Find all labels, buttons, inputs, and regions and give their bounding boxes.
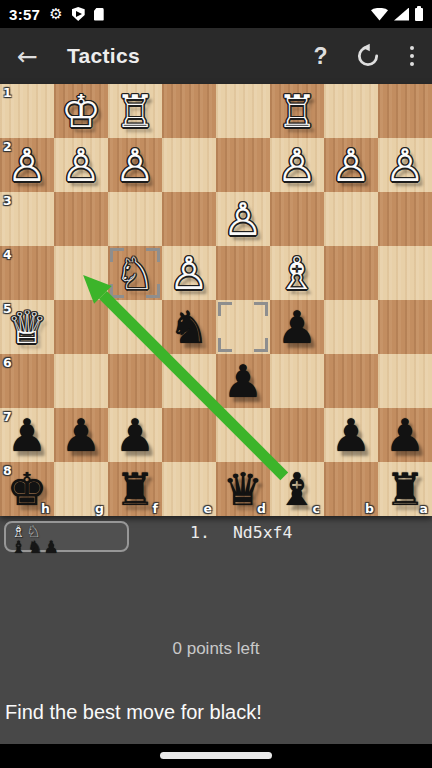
last-move-corner-mark <box>110 284 124 298</box>
file-label: c <box>313 501 320 516</box>
piece-wK: ♔ <box>54 84 108 138</box>
piece-wP: ♙ <box>108 138 162 192</box>
square-b3[interactable] <box>324 192 378 246</box>
square-h8[interactable]: ♚8h <box>0 462 54 516</box>
square-h2[interactable]: ♙2 <box>0 138 54 192</box>
clock-time: 3:57 <box>9 6 40 23</box>
back-arrow-icon[interactable]: ← <box>17 44 38 69</box>
square-e2[interactable] <box>162 138 216 192</box>
piece-wR: ♖ <box>108 84 162 138</box>
rank-label: 7 <box>3 409 12 424</box>
square-h4[interactable]: 4 <box>0 246 54 300</box>
square-a2[interactable]: ♙ <box>378 138 432 192</box>
last-move-corner-mark <box>146 248 160 262</box>
last-move-corner-mark <box>254 338 268 352</box>
file-label: g <box>95 501 104 516</box>
square-d8[interactable]: ♛d <box>216 462 270 516</box>
square-h3[interactable]: 3 <box>0 192 54 246</box>
points-left-label: 0 points left <box>0 639 432 659</box>
file-label: f <box>153 501 158 516</box>
rank-label: 5 <box>3 301 12 316</box>
square-h5[interactable]: ♕5 <box>0 300 54 354</box>
signal-icon <box>394 8 409 21</box>
square-b7[interactable]: ♟ <box>324 408 378 462</box>
square-c3[interactable] <box>270 192 324 246</box>
move-number: 1. <box>190 523 210 542</box>
square-g6[interactable] <box>54 354 108 408</box>
help-icon[interactable]: ? <box>313 43 327 70</box>
overflow-menu-icon[interactable] <box>408 44 417 69</box>
rank-label: 1 <box>3 85 12 100</box>
square-e4[interactable]: ♙ <box>162 246 216 300</box>
piece-wB: ♗ <box>270 246 324 300</box>
square-a7[interactable]: ♟ <box>378 408 432 462</box>
square-b8[interactable]: b <box>324 462 378 516</box>
square-g7[interactable]: ♟ <box>54 408 108 462</box>
piece-bK: ♚ <box>0 462 54 516</box>
square-c7[interactable] <box>270 408 324 462</box>
page-title: Tactics <box>67 44 140 68</box>
square-d7[interactable] <box>216 408 270 462</box>
piece-bP: ♟ <box>0 408 54 462</box>
square-e3[interactable] <box>162 192 216 246</box>
piece-bP: ♟ <box>54 408 108 462</box>
square-g8[interactable]: g <box>54 462 108 516</box>
square-d1[interactable] <box>216 84 270 138</box>
piece-wQ: ♕ <box>0 300 54 354</box>
square-f6[interactable] <box>108 354 162 408</box>
last-move-corner-mark <box>218 302 232 316</box>
square-g4[interactable] <box>54 246 108 300</box>
file-label: h <box>41 501 50 516</box>
status-bar-right <box>371 7 423 21</box>
square-d3[interactable]: ♙ <box>216 192 270 246</box>
square-f1[interactable]: ♖ <box>108 84 162 138</box>
piece-wP: ♙ <box>378 138 432 192</box>
piece-bB: ♝ <box>270 462 324 516</box>
move-prompt: Find the best move for black! <box>5 701 262 724</box>
square-f4[interactable]: ♘ <box>108 246 162 300</box>
restart-icon[interactable] <box>355 43 381 69</box>
battery-icon <box>415 8 423 21</box>
square-h1[interactable]: 1 <box>0 84 54 138</box>
piece-wP: ♙ <box>0 138 54 192</box>
square-g1[interactable]: ♔ <box>54 84 108 138</box>
square-e8[interactable]: e <box>162 462 216 516</box>
piece-bP: ♟ <box>108 408 162 462</box>
square-e7[interactable] <box>162 408 216 462</box>
square-f7[interactable]: ♟ <box>108 408 162 462</box>
square-a6[interactable] <box>378 354 432 408</box>
square-c4[interactable]: ♗ <box>270 246 324 300</box>
rank-label: 4 <box>3 247 12 262</box>
captured-black-pieces: ♝♞♟ <box>11 539 122 556</box>
square-a1[interactable] <box>378 84 432 138</box>
rank-label: 6 <box>3 355 12 370</box>
square-c5[interactable]: ♟ <box>270 300 324 354</box>
piece-bQ: ♛ <box>216 462 270 516</box>
square-c2[interactable]: ♙ <box>270 138 324 192</box>
captured-bP: ♟ <box>44 539 59 556</box>
square-b4[interactable] <box>324 246 378 300</box>
piece-wR: ♖ <box>270 84 324 138</box>
piece-bP: ♟ <box>270 300 324 354</box>
square-b1[interactable] <box>324 84 378 138</box>
last-move-corner-mark <box>254 302 268 316</box>
captured-bN: ♞ <box>27 539 42 556</box>
file-label: d <box>257 501 266 516</box>
square-f5[interactable] <box>108 300 162 354</box>
captured-bB: ♝ <box>11 539 26 556</box>
square-f3[interactable] <box>108 192 162 246</box>
square-b5[interactable] <box>324 300 378 354</box>
piece-bN: ♞ <box>162 300 216 354</box>
square-d4[interactable] <box>216 246 270 300</box>
piece-wP: ♙ <box>216 192 270 246</box>
square-c6[interactable] <box>270 354 324 408</box>
rank-label: 3 <box>3 193 12 208</box>
square-g2[interactable]: ♙ <box>54 138 108 192</box>
piece-bR: ♜ <box>108 462 162 516</box>
square-e6[interactable] <box>162 354 216 408</box>
status-bar-left: 3:57 ⚙ <box>9 6 104 23</box>
square-a8[interactable]: ♜a <box>378 462 432 516</box>
square-h7[interactable]: ♟7 <box>0 408 54 462</box>
square-b6[interactable] <box>324 354 378 408</box>
square-d5[interactable] <box>216 300 270 354</box>
piece-wP: ♙ <box>324 138 378 192</box>
square-a3[interactable] <box>378 192 432 246</box>
square-e5[interactable]: ♞ <box>162 300 216 354</box>
piece-wP: ♙ <box>162 246 216 300</box>
file-label: a <box>420 501 428 516</box>
rank-label: 2 <box>3 139 12 154</box>
square-f2[interactable]: ♙ <box>108 138 162 192</box>
rank-label: 8 <box>3 463 12 478</box>
square-g3[interactable] <box>54 192 108 246</box>
captured-pieces-box: ♗♘ ♝♞♟ <box>4 521 129 552</box>
square-c1[interactable]: ♖ <box>270 84 324 138</box>
piece-wN: ♘ <box>108 246 162 300</box>
status-bar: 3:57 ⚙ <box>0 0 432 28</box>
square-b2[interactable]: ♙ <box>324 138 378 192</box>
square-a4[interactable] <box>378 246 432 300</box>
square-g5[interactable] <box>54 300 108 354</box>
square-a5[interactable] <box>378 300 432 354</box>
piece-bP: ♟ <box>378 408 432 462</box>
piece-wP: ♙ <box>270 138 324 192</box>
wifi-icon <box>371 8 388 21</box>
piece-wP: ♙ <box>54 138 108 192</box>
square-d6[interactable]: ♟ <box>216 354 270 408</box>
square-e1[interactable] <box>162 84 216 138</box>
play-protect-icon <box>72 7 85 21</box>
app-bar-actions: ? <box>313 43 416 70</box>
piece-bP: ♟ <box>216 354 270 408</box>
last-move-corner-mark <box>218 338 232 352</box>
gesture-pill[interactable] <box>160 752 272 759</box>
file-label: b <box>365 501 374 516</box>
chess-board[interactable]: 1♔♖♖♙2♙♙♙♙♙3♙4♘♙♗♕5♞♟6♟♟7♟♟♟♟♚8hg♜fe♛d♝c… <box>0 84 432 516</box>
phone-screen: 3:57 ⚙ ← Tactics ? 1♔♖♖♙2♙♙♙♙♙3♙4♘♙♗♕5♞♟… <box>0 0 432 768</box>
move-san: Nd5xf4 <box>233 523 293 542</box>
square-f8[interactable]: ♜f <box>108 462 162 516</box>
last-move-corner-mark <box>146 284 160 298</box>
file-label: e <box>204 501 212 516</box>
move-list: 1. Nd5xf4 <box>190 523 292 542</box>
square-d2[interactable] <box>216 138 270 192</box>
square-h6[interactable]: 6 <box>0 354 54 408</box>
app-bar: ← Tactics ? <box>0 28 432 84</box>
piece-bP: ♟ <box>324 408 378 462</box>
gear-icon: ⚙ <box>49 7 62 22</box>
navigation-bar <box>0 744 432 768</box>
sd-card-icon <box>94 8 104 21</box>
square-c8[interactable]: ♝c <box>270 462 324 516</box>
piece-bR: ♜ <box>378 462 432 516</box>
last-move-corner-mark <box>110 248 124 262</box>
